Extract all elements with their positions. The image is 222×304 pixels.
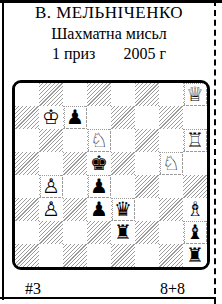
square-e2: ♜ xyxy=(111,221,135,244)
square-g1 xyxy=(159,244,183,267)
square-f8 xyxy=(135,83,159,106)
square-g2 xyxy=(159,221,183,244)
square-g3 xyxy=(159,198,183,221)
square-g6 xyxy=(159,129,183,152)
stipulation-label: #3 xyxy=(25,280,41,298)
square-a3 xyxy=(15,198,39,221)
piece-white-knight-d6: ♘ xyxy=(89,130,110,151)
square-e3: ♛ xyxy=(111,198,135,221)
piece-black-rook-h1: ♜ xyxy=(185,245,206,266)
square-h2: ♝ xyxy=(183,221,207,244)
piece-white-pawn-b4: ♙ xyxy=(41,176,62,197)
chess-board: ♕♔♟♘♖♚♘♙♟♙♟♛♗♜♝♜ xyxy=(15,83,207,267)
award-line: 1 приз 2005 г xyxy=(4,44,214,64)
piece-black-pawn-d3: ♟ xyxy=(89,199,110,220)
piece-white-queen-h8: ♕ xyxy=(185,84,206,105)
piece-black-bishop-h2: ♝ xyxy=(185,222,206,243)
piece-black-pawn-d4: ♟ xyxy=(89,176,110,197)
square-b3: ♙ xyxy=(39,198,63,221)
square-h6: ♖ xyxy=(183,129,207,152)
square-c2 xyxy=(63,221,87,244)
square-b5 xyxy=(39,152,63,175)
square-f5 xyxy=(135,152,159,175)
square-e1 xyxy=(111,244,135,267)
caption-row: #3 8+8 xyxy=(25,280,185,298)
square-h4 xyxy=(183,175,207,198)
square-c3 xyxy=(63,198,87,221)
square-e8 xyxy=(111,83,135,106)
square-a7 xyxy=(15,106,39,129)
square-b2 xyxy=(39,221,63,244)
square-c5 xyxy=(63,152,87,175)
square-c6 xyxy=(63,129,87,152)
square-c4 xyxy=(63,175,87,198)
piece-white-knight-g5: ♘ xyxy=(161,153,182,174)
square-b7: ♔ xyxy=(39,106,63,129)
author-name: В. МЕЛЬНІЧЕНКО xyxy=(4,3,214,23)
piece-black-king-d5: ♚ xyxy=(89,153,110,174)
square-e7 xyxy=(111,106,135,129)
diagram-page: В. МЕЛЬНІЧЕНКО Шахматна мисьл 1 приз 200… xyxy=(0,0,222,304)
material-count-label: 8+8 xyxy=(160,280,185,298)
square-h8: ♕ xyxy=(183,83,207,106)
piece-black-queen-e3: ♛ xyxy=(113,199,134,220)
square-a5 xyxy=(15,152,39,175)
chess-board-frame: ♕♔♟♘♖♚♘♙♟♙♟♛♗♜♝♜ xyxy=(12,80,210,270)
square-d6: ♘ xyxy=(87,129,111,152)
square-c1 xyxy=(63,244,87,267)
square-e4 xyxy=(111,175,135,198)
square-b1 xyxy=(39,244,63,267)
square-g8 xyxy=(159,83,183,106)
square-f4 xyxy=(135,175,159,198)
piece-white-rook-h6: ♖ xyxy=(185,130,206,151)
square-d8 xyxy=(87,83,111,106)
square-a8 xyxy=(15,83,39,106)
square-d2 xyxy=(87,221,111,244)
piece-white-king-b7: ♔ xyxy=(41,107,62,128)
square-g4 xyxy=(159,175,183,198)
square-a4 xyxy=(15,175,39,198)
square-h7 xyxy=(183,106,207,129)
square-d4: ♟ xyxy=(87,175,111,198)
right-dashed-cut-line xyxy=(214,0,216,304)
square-e5 xyxy=(111,152,135,175)
piece-white-pawn-b3: ♙ xyxy=(41,199,62,220)
square-c7: ♟ xyxy=(63,106,87,129)
square-a2 xyxy=(15,221,39,244)
square-b4: ♙ xyxy=(39,175,63,198)
square-b8 xyxy=(39,83,63,106)
square-h3: ♗ xyxy=(183,198,207,221)
piece-black-pawn-c7: ♟ xyxy=(65,107,86,128)
square-f7 xyxy=(135,106,159,129)
square-f2 xyxy=(135,221,159,244)
square-a6 xyxy=(15,129,39,152)
year-text: 2005 г xyxy=(123,44,166,64)
square-f6 xyxy=(135,129,159,152)
square-g5: ♘ xyxy=(159,152,183,175)
square-d3: ♟ xyxy=(87,198,111,221)
source-title: Шахматна мисьл xyxy=(4,23,214,44)
header: В. МЕЛЬНІЧЕНКО Шахматна мисьл 1 приз 200… xyxy=(4,3,214,64)
square-g7 xyxy=(159,106,183,129)
square-c8 xyxy=(63,83,87,106)
award-text: 1 приз xyxy=(52,44,95,64)
piece-black-rook-e2: ♜ xyxy=(113,222,134,243)
piece-white-bishop-h3: ♗ xyxy=(185,199,206,220)
square-d7 xyxy=(87,106,111,129)
square-d1 xyxy=(87,244,111,267)
square-a1 xyxy=(15,244,39,267)
square-f3 xyxy=(135,198,159,221)
square-h1: ♜ xyxy=(183,244,207,267)
square-e6 xyxy=(111,129,135,152)
square-h5 xyxy=(183,152,207,175)
square-f1 xyxy=(135,244,159,267)
square-b6 xyxy=(39,129,63,152)
square-d5: ♚ xyxy=(87,152,111,175)
